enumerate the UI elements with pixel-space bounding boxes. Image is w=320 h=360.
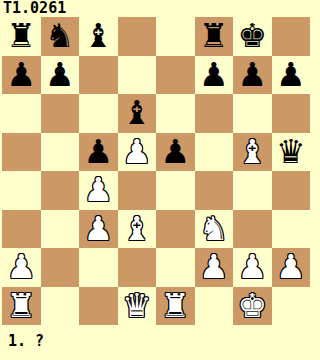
- square-a4[interactable]: [2, 171, 41, 210]
- square-g8[interactable]: ♚: [233, 17, 272, 56]
- square-f5[interactable]: [195, 133, 234, 172]
- square-h8[interactable]: [272, 17, 311, 56]
- square-c3[interactable]: ♟: [79, 210, 118, 249]
- square-b3[interactable]: [41, 210, 80, 249]
- black-pawn[interactable]: ♟: [237, 56, 267, 94]
- white-pawn[interactable]: ♟: [6, 248, 36, 286]
- white-rook[interactable]: ♜: [160, 287, 190, 325]
- square-b1[interactable]: [41, 287, 80, 326]
- square-h4[interactable]: [272, 171, 311, 210]
- black-pawn[interactable]: ♟: [276, 56, 306, 94]
- square-g1[interactable]: ♚: [233, 287, 272, 326]
- square-a5[interactable]: [2, 133, 41, 172]
- white-pawn[interactable]: ♟: [83, 171, 113, 209]
- square-b8[interactable]: ♞: [41, 17, 80, 56]
- square-c8[interactable]: ♝: [79, 17, 118, 56]
- square-e2[interactable]: [156, 248, 195, 287]
- white-queen[interactable]: ♛: [122, 287, 152, 325]
- chess-board[interactable]: ♜♞♝♜♚♟♟♟♟♟♝♟♟♟♝♛♟♟♝♞♟♟♟♟♜♛♜♚: [2, 17, 310, 325]
- black-pawn[interactable]: ♟: [45, 56, 75, 94]
- square-d2[interactable]: [118, 248, 157, 287]
- square-d5[interactable]: ♟: [118, 133, 157, 172]
- white-king[interactable]: ♚: [237, 287, 267, 325]
- square-a8[interactable]: ♜: [2, 17, 41, 56]
- square-b4[interactable]: [41, 171, 80, 210]
- square-c7[interactable]: [79, 56, 118, 95]
- square-a1[interactable]: ♜: [2, 287, 41, 326]
- square-h6[interactable]: [272, 94, 311, 133]
- square-b7[interactable]: ♟: [41, 56, 80, 95]
- square-e7[interactable]: [156, 56, 195, 95]
- square-d6[interactable]: ♝: [118, 94, 157, 133]
- square-d1[interactable]: ♛: [118, 287, 157, 326]
- white-knight[interactable]: ♞: [199, 210, 229, 248]
- square-b6[interactable]: [41, 94, 80, 133]
- square-d3[interactable]: ♝: [118, 210, 157, 249]
- square-c5[interactable]: ♟: [79, 133, 118, 172]
- square-f8[interactable]: ♜: [195, 17, 234, 56]
- white-bishop[interactable]: ♝: [237, 133, 267, 171]
- square-h7[interactable]: ♟: [272, 56, 311, 95]
- square-c1[interactable]: [79, 287, 118, 326]
- square-b2[interactable]: [41, 248, 80, 287]
- white-bishop[interactable]: ♝: [122, 210, 152, 248]
- square-d4[interactable]: [118, 171, 157, 210]
- square-c6[interactable]: [79, 94, 118, 133]
- square-f1[interactable]: [195, 287, 234, 326]
- black-pawn[interactable]: ♟: [199, 56, 229, 94]
- white-pawn[interactable]: ♟: [237, 248, 267, 286]
- move-prompt: 1. ?: [8, 325, 44, 360]
- square-e8[interactable]: [156, 17, 195, 56]
- square-e1[interactable]: ♜: [156, 287, 195, 326]
- white-pawn[interactable]: ♟: [199, 248, 229, 286]
- square-h5[interactable]: ♛: [272, 133, 311, 172]
- square-g6[interactable]: [233, 94, 272, 133]
- square-g4[interactable]: [233, 171, 272, 210]
- white-pawn[interactable]: ♟: [122, 133, 152, 171]
- black-rook[interactable]: ♜: [6, 17, 36, 55]
- square-g3[interactable]: [233, 210, 272, 249]
- square-a7[interactable]: ♟: [2, 56, 41, 95]
- square-h1[interactable]: [272, 287, 311, 326]
- square-f2[interactable]: ♟: [195, 248, 234, 287]
- white-pawn[interactable]: ♟: [276, 248, 306, 286]
- black-queen[interactable]: ♛: [276, 133, 306, 171]
- black-knight[interactable]: ♞: [45, 17, 75, 55]
- black-bishop[interactable]: ♝: [83, 17, 113, 55]
- square-g7[interactable]: ♟: [233, 56, 272, 95]
- square-c2[interactable]: [79, 248, 118, 287]
- square-d7[interactable]: [118, 56, 157, 95]
- black-rook[interactable]: ♜: [199, 17, 229, 55]
- puzzle-title: T1.0261: [3, 0, 66, 17]
- square-a6[interactable]: [2, 94, 41, 133]
- black-bishop[interactable]: ♝: [122, 94, 152, 132]
- black-pawn[interactable]: ♟: [6, 56, 36, 94]
- square-a3[interactable]: [2, 210, 41, 249]
- square-e5[interactable]: ♟: [156, 133, 195, 172]
- square-g5[interactable]: ♝: [233, 133, 272, 172]
- square-f7[interactable]: ♟: [195, 56, 234, 95]
- square-f4[interactable]: [195, 171, 234, 210]
- square-e3[interactable]: [156, 210, 195, 249]
- square-h2[interactable]: ♟: [272, 248, 311, 287]
- square-a2[interactable]: ♟: [2, 248, 41, 287]
- square-f3[interactable]: ♞: [195, 210, 234, 249]
- white-rook[interactable]: ♜: [6, 287, 36, 325]
- square-b5[interactable]: [41, 133, 80, 172]
- square-g2[interactable]: ♟: [233, 248, 272, 287]
- black-pawn[interactable]: ♟: [83, 133, 113, 171]
- square-h3[interactable]: [272, 210, 311, 249]
- square-f6[interactable]: [195, 94, 234, 133]
- square-c4[interactable]: ♟: [79, 171, 118, 210]
- black-pawn[interactable]: ♟: [160, 133, 190, 171]
- square-d8[interactable]: [118, 17, 157, 56]
- white-pawn[interactable]: ♟: [83, 210, 113, 248]
- square-e6[interactable]: [156, 94, 195, 133]
- square-e4[interactable]: [156, 171, 195, 210]
- puzzle-page: T1.0261 ♜♞♝♜♚♟♟♟♟♟♝♟♟♟♝♛♟♟♝♞♟♟♟♟♜♛♜♚ 1. …: [0, 0, 320, 360]
- black-king[interactable]: ♚: [237, 17, 267, 55]
